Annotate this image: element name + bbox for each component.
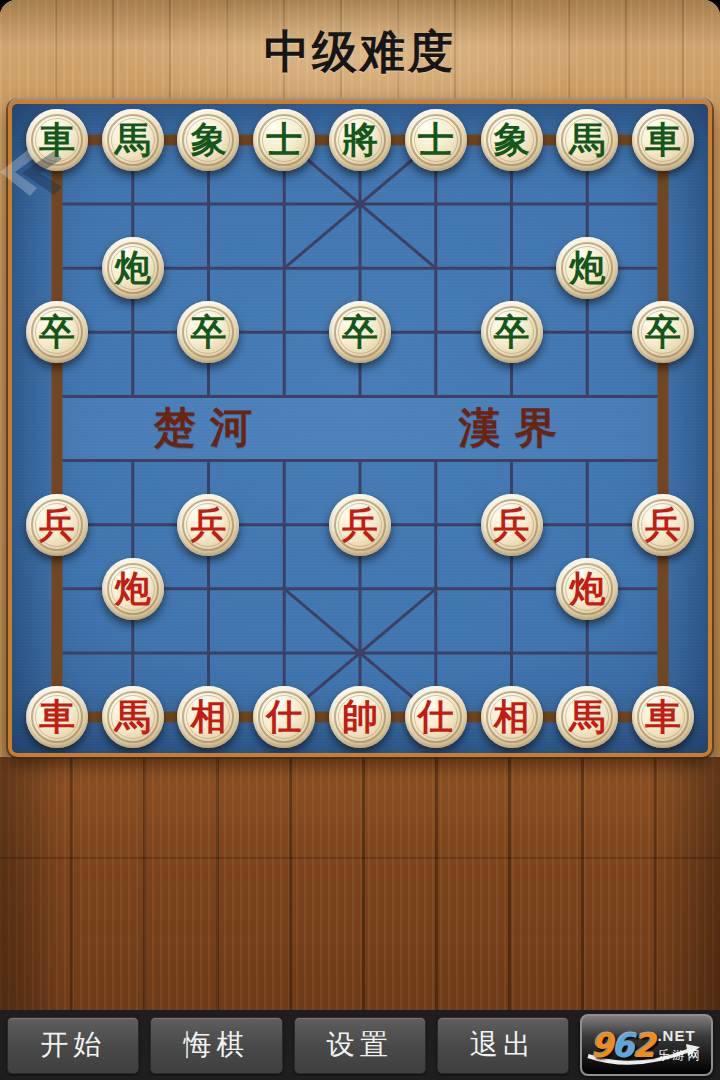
watermark-digit: 6 [612,1026,633,1065]
piece-n-r1c2[interactable]: 馬 [102,109,164,171]
piece-A-r10c4[interactable]: 仕 [253,686,315,748]
piece-P-r7c1[interactable]: 兵 [26,494,88,556]
watermark-net-label: .NET [657,1027,695,1044]
piece-P-r7c3[interactable]: 兵 [177,494,239,556]
piece-glyph: 兵 [494,507,530,543]
piece-p-r4c1[interactable]: 卒 [26,301,88,363]
piece-R-r10c1[interactable]: 車 [26,686,88,748]
piece-glyph: 炮 [115,250,151,286]
piece-n-r1c8[interactable]: 馬 [556,109,618,171]
piece-K-r10c5[interactable]: 帥 [329,686,391,748]
start-button[interactable]: 开始 [7,1017,139,1074]
piece-glyph: 士 [266,122,302,158]
board-surface[interactable]: 楚河 漢界 車馬象士將士象馬車炮炮卒卒卒卒卒兵兵兵兵兵炮炮車馬相仕帥仕相馬車 [12,104,708,753]
exit-button[interactable]: 退出 [437,1017,569,1074]
piece-R-r10c9[interactable]: 車 [632,686,694,748]
watermark-digit: 9 [591,1026,612,1065]
piece-glyph: 士 [418,122,454,158]
bottom-toolbar: 开始 悔棋 设置 退出 962 .NET 乐游网 [0,1010,720,1080]
piece-P-r7c9[interactable]: 兵 [632,494,694,556]
piece-N-r10c8[interactable]: 馬 [556,686,618,748]
piece-glyph: 兵 [190,507,226,543]
piece-c-r3c2[interactable]: 炮 [102,237,164,299]
piece-glyph: 相 [494,699,530,735]
piece-C-r8c8[interactable]: 炮 [556,558,618,620]
piece-k-r1c5[interactable]: 將 [329,109,391,171]
piece-glyph: 馬 [569,699,605,735]
piece-glyph: 馬 [115,699,151,735]
app-root: 中级难度 楚河 漢界 車馬象士將士象馬車炮炮卒卒卒卒卒兵兵兵兵兵炮炮車馬相仕帥仕… [0,0,720,1080]
watermark-site-label: 乐游网 [657,1047,702,1064]
piece-glyph: 炮 [569,250,605,286]
piece-C-r8c2[interactable]: 炮 [102,558,164,620]
piece-N-r10c2[interactable]: 馬 [102,686,164,748]
piece-a-r1c6[interactable]: 士 [405,109,467,171]
exit-button-label: 退出 [470,1026,536,1064]
watermark-digit: 2 [632,1026,653,1065]
watermark-number: 962 [591,1029,654,1062]
piece-glyph: 仕 [266,699,302,735]
start-button-label: 开始 [40,1026,106,1064]
piece-p-r4c9[interactable]: 卒 [632,301,694,363]
piece-glyph: 馬 [569,122,605,158]
piece-p-r4c7[interactable]: 卒 [481,301,543,363]
piece-glyph: 兵 [645,507,681,543]
piece-r-r1c9[interactable]: 車 [632,109,694,171]
piece-glyph: 車 [39,122,75,158]
piece-glyph: 卒 [645,314,681,350]
piece-c-r3c8[interactable]: 炮 [556,237,618,299]
piece-glyph: 炮 [115,571,151,607]
piece-glyph: 卒 [342,314,378,350]
piece-b-r1c3[interactable]: 象 [177,109,239,171]
piece-layer: 車馬象士將士象馬車炮炮卒卒卒卒卒兵兵兵兵兵炮炮車馬相仕帥仕相馬車 [19,108,701,749]
watermark-text-block: .NET 乐游网 [657,1027,702,1064]
piece-b-r1c7[interactable]: 象 [481,109,543,171]
piece-A-r10c6[interactable]: 仕 [405,686,467,748]
piece-glyph: 仕 [418,699,454,735]
piece-glyph: 炮 [569,571,605,607]
piece-p-r4c3[interactable]: 卒 [177,301,239,363]
piece-glyph: 車 [645,122,681,158]
piece-P-r7c5[interactable]: 兵 [329,494,391,556]
piece-glyph: 象 [190,122,226,158]
piece-glyph: 兵 [342,507,378,543]
piece-B-r10c7[interactable]: 相 [481,686,543,748]
settings-button[interactable]: 设置 [294,1017,426,1074]
piece-glyph: 卒 [190,314,226,350]
piece-a-r1c4[interactable]: 士 [253,109,315,171]
piece-glyph: 車 [645,699,681,735]
piece-glyph: 卒 [39,314,75,350]
undo-move-button[interactable]: 悔棋 [150,1017,282,1074]
undo-move-button-label: 悔棋 [183,1026,249,1064]
page-title: 中级难度 [0,22,720,82]
piece-glyph: 象 [494,122,530,158]
piece-glyph: 將 [342,122,378,158]
piece-B-r10c3[interactable]: 相 [177,686,239,748]
piece-glyph: 車 [39,699,75,735]
piece-glyph: 相 [190,699,226,735]
settings-button-label: 设置 [327,1026,393,1064]
piece-p-r4c5[interactable]: 卒 [329,301,391,363]
piece-glyph: 兵 [39,507,75,543]
piece-glyph: 馬 [115,122,151,158]
piece-P-r7c7[interactable]: 兵 [481,494,543,556]
wood-background-bottom [0,757,720,1010]
xiangqi-board[interactable]: 楚河 漢界 車馬象士將士象馬車炮炮卒卒卒卒卒兵兵兵兵兵炮炮車馬相仕帥仕相馬車 [8,100,712,757]
piece-glyph: 卒 [494,314,530,350]
watermark-962net-badge: 962 .NET 乐游网 [580,1014,713,1076]
piece-glyph: 帥 [342,699,378,735]
